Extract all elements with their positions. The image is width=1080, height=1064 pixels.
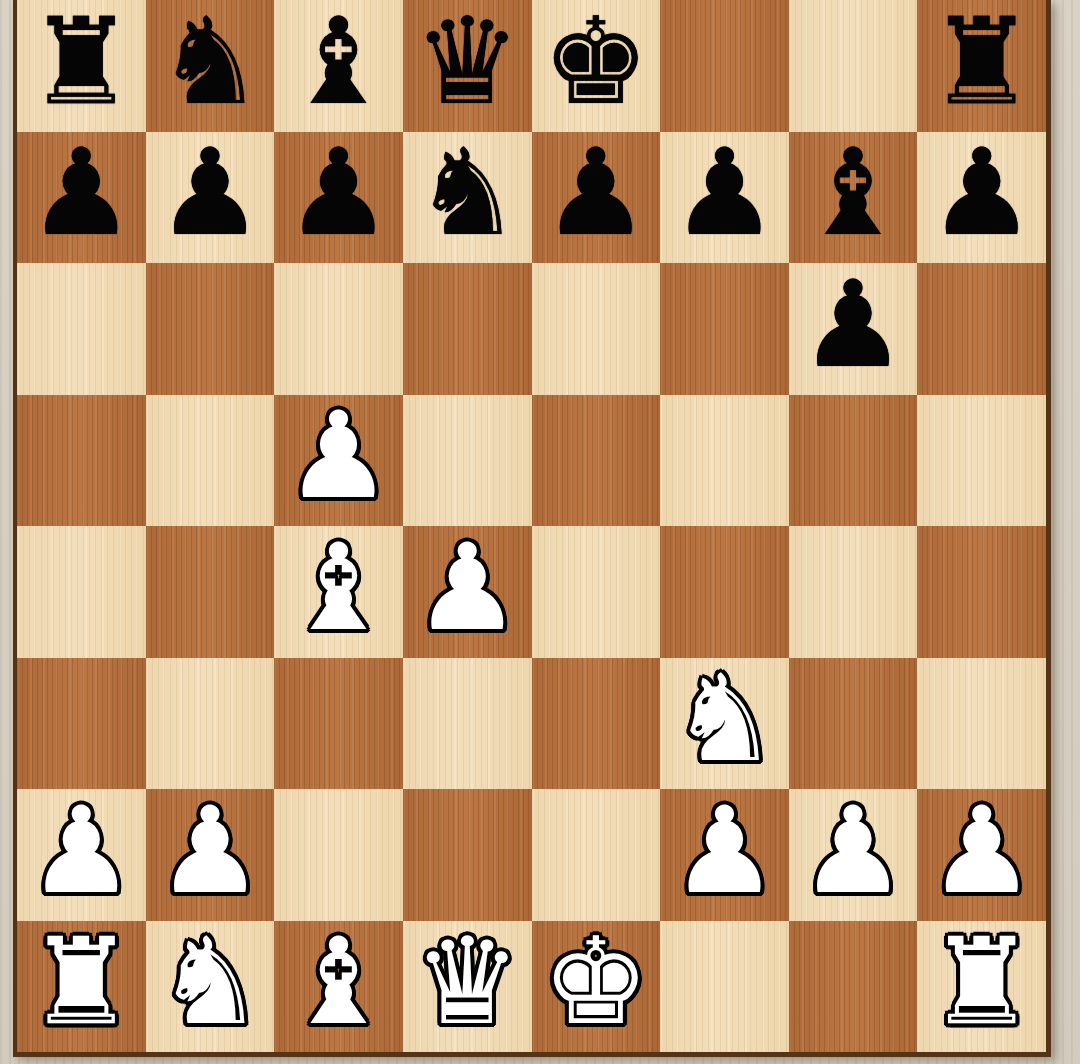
white-king[interactable]: ♚: [542, 922, 650, 1042]
square-h2[interactable]: ♟: [917, 789, 1046, 921]
square-b8[interactable]: ♞: [146, 0, 275, 132]
square-c4[interactable]: ♝: [274, 526, 403, 658]
square-g2[interactable]: ♟: [789, 789, 918, 921]
square-g5[interactable]: [789, 395, 918, 527]
white-knight[interactable]: ♞: [671, 659, 779, 779]
square-b3[interactable]: [146, 658, 275, 790]
square-c6[interactable]: [274, 263, 403, 395]
board-frame: ♜♞♝♛♚♜♟♟♟♞♟♟♝♟♟♟♝♟♞♟♟♟♟♟♜♞♝♛♚♜: [13, 0, 1051, 1057]
square-e7[interactable]: ♟: [532, 132, 661, 264]
square-h1[interactable]: ♜: [917, 921, 1046, 1053]
square-g7[interactable]: ♝: [789, 132, 918, 264]
white-rook[interactable]: ♜: [28, 922, 136, 1042]
square-f6[interactable]: [660, 263, 789, 395]
black-king[interactable]: ♚: [542, 2, 650, 122]
square-a4[interactable]: [17, 526, 146, 658]
square-f1[interactable]: [660, 921, 789, 1053]
square-c1[interactable]: ♝: [274, 921, 403, 1053]
square-e5[interactable]: [532, 395, 661, 527]
white-rook[interactable]: ♜: [928, 922, 1036, 1042]
square-f3[interactable]: ♞: [660, 658, 789, 790]
square-a2[interactable]: ♟: [17, 789, 146, 921]
square-c8[interactable]: ♝: [274, 0, 403, 132]
square-c3[interactable]: [274, 658, 403, 790]
black-pawn[interactable]: ♟: [285, 133, 393, 253]
square-b1[interactable]: ♞: [146, 921, 275, 1053]
square-c7[interactable]: ♟: [274, 132, 403, 264]
white-bishop[interactable]: ♝: [285, 528, 393, 648]
square-d6[interactable]: [403, 263, 532, 395]
square-c2[interactable]: [274, 789, 403, 921]
square-e1[interactable]: ♚: [532, 921, 661, 1053]
square-b6[interactable]: [146, 263, 275, 395]
black-rook[interactable]: ♜: [28, 2, 136, 122]
square-f2[interactable]: ♟: [660, 789, 789, 921]
square-e8[interactable]: ♚: [532, 0, 661, 132]
square-d2[interactable]: [403, 789, 532, 921]
square-e4[interactable]: [532, 526, 661, 658]
square-f5[interactable]: [660, 395, 789, 527]
square-a5[interactable]: [17, 395, 146, 527]
square-h4[interactable]: [917, 526, 1046, 658]
square-d8[interactable]: ♛: [403, 0, 532, 132]
black-pawn[interactable]: ♟: [799, 265, 907, 385]
black-queen[interactable]: ♛: [413, 2, 521, 122]
square-e3[interactable]: [532, 658, 661, 790]
black-pawn[interactable]: ♟: [156, 133, 264, 253]
square-a1[interactable]: ♜: [17, 921, 146, 1053]
square-d5[interactable]: [403, 395, 532, 527]
white-pawn[interactable]: ♟: [799, 791, 907, 911]
square-a6[interactable]: [17, 263, 146, 395]
square-b2[interactable]: ♟: [146, 789, 275, 921]
square-d3[interactable]: [403, 658, 532, 790]
square-b7[interactable]: ♟: [146, 132, 275, 264]
square-g3[interactable]: [789, 658, 918, 790]
square-e6[interactable]: [532, 263, 661, 395]
square-b4[interactable]: [146, 526, 275, 658]
square-f7[interactable]: ♟: [660, 132, 789, 264]
square-h8[interactable]: ♜: [917, 0, 1046, 132]
white-knight[interactable]: ♞: [156, 922, 264, 1042]
square-d7[interactable]: ♞: [403, 132, 532, 264]
square-c5[interactable]: ♟: [274, 395, 403, 527]
white-queen[interactable]: ♛: [413, 922, 521, 1042]
square-d1[interactable]: ♛: [403, 921, 532, 1053]
square-a7[interactable]: ♟: [17, 132, 146, 264]
white-pawn[interactable]: ♟: [285, 396, 393, 516]
white-pawn[interactable]: ♟: [156, 791, 264, 911]
black-knight[interactable]: ♞: [156, 2, 264, 122]
square-h3[interactable]: [917, 658, 1046, 790]
white-bishop[interactable]: ♝: [285, 922, 393, 1042]
black-pawn[interactable]: ♟: [928, 133, 1036, 253]
square-h7[interactable]: ♟: [917, 132, 1046, 264]
black-rook[interactable]: ♜: [928, 2, 1036, 122]
black-pawn[interactable]: ♟: [542, 133, 650, 253]
square-e2[interactable]: [532, 789, 661, 921]
square-f4[interactable]: [660, 526, 789, 658]
square-a3[interactable]: [17, 658, 146, 790]
square-g8[interactable]: [789, 0, 918, 132]
square-g1[interactable]: [789, 921, 918, 1053]
white-pawn[interactable]: ♟: [28, 791, 136, 911]
white-pawn[interactable]: ♟: [413, 528, 521, 648]
black-pawn[interactable]: ♟: [28, 133, 136, 253]
black-bishop[interactable]: ♝: [285, 2, 393, 122]
square-h5[interactable]: [917, 395, 1046, 527]
black-knight[interactable]: ♞: [413, 133, 521, 253]
black-bishop[interactable]: ♝: [799, 133, 907, 253]
square-a8[interactable]: ♜: [17, 0, 146, 132]
chess-app-viewport: ♜♞♝♛♚♜♟♟♟♞♟♟♝♟♟♟♝♟♞♟♟♟♟♟♜♞♝♛♚♜: [0, 0, 1080, 1064]
square-h6[interactable]: [917, 263, 1046, 395]
chess-board: ♜♞♝♛♚♜♟♟♟♞♟♟♝♟♟♟♝♟♞♟♟♟♟♟♜♞♝♛♚♜: [17, 0, 1046, 1052]
square-g4[interactable]: [789, 526, 918, 658]
white-pawn[interactable]: ♟: [671, 791, 779, 911]
square-g6[interactable]: ♟: [789, 263, 918, 395]
white-pawn[interactable]: ♟: [928, 791, 1036, 911]
square-d4[interactable]: ♟: [403, 526, 532, 658]
square-f8[interactable]: [660, 0, 789, 132]
square-b5[interactable]: [146, 395, 275, 527]
black-pawn[interactable]: ♟: [671, 133, 779, 253]
